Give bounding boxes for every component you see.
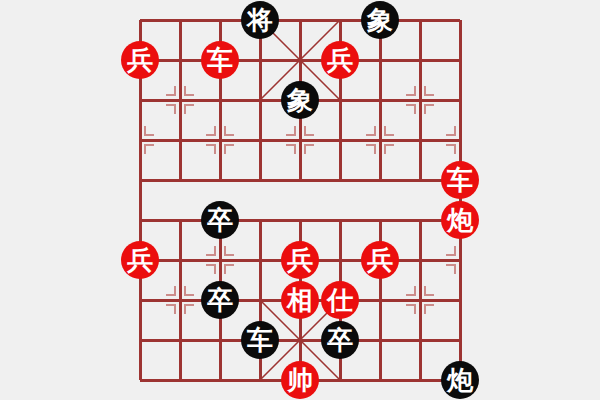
piece-red-chariot[interactable]: 车 xyxy=(201,41,239,79)
piece-black-general[interactable]: 将 xyxy=(241,1,279,39)
piece-red-soldier[interactable]: 兵 xyxy=(281,241,319,279)
piece-red-soldier[interactable]: 兵 xyxy=(361,241,399,279)
piece-red-elephant[interactable]: 相 xyxy=(281,281,319,319)
pieces-layer: 将象象卒卒车卒炮兵车兵车炮兵兵兵相仕帅 xyxy=(120,0,480,400)
piece-black-soldier[interactable]: 卒 xyxy=(321,321,359,359)
piece-red-soldier[interactable]: 兵 xyxy=(321,41,359,79)
piece-red-soldier[interactable]: 兵 xyxy=(121,41,159,79)
piece-black-elephant[interactable]: 象 xyxy=(281,81,319,119)
piece-red-cannon[interactable]: 炮 xyxy=(441,201,479,239)
piece-black-elephant[interactable]: 象 xyxy=(361,1,399,39)
xiangqi-diagram: 将象象卒卒车卒炮兵车兵车炮兵兵兵相仕帅 xyxy=(0,0,600,400)
piece-red-soldier[interactable]: 兵 xyxy=(121,241,159,279)
piece-red-general[interactable]: 帅 xyxy=(281,361,319,399)
piece-red-chariot[interactable]: 车 xyxy=(441,161,479,199)
piece-black-soldier[interactable]: 卒 xyxy=(201,201,239,239)
piece-red-advisor[interactable]: 仕 xyxy=(321,281,359,319)
piece-black-cannon[interactable]: 炮 xyxy=(441,361,479,399)
piece-black-chariot[interactable]: 车 xyxy=(241,321,279,359)
piece-black-soldier[interactable]: 卒 xyxy=(201,281,239,319)
